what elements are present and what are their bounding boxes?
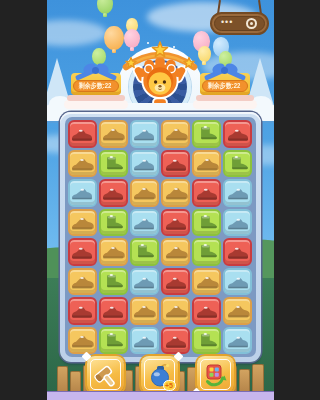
tile-cyan-lowtop[interactable]: [68, 179, 97, 207]
hammer-icon: [92, 361, 119, 388]
fence-plank: [239, 369, 250, 392]
pedestal: [64, 100, 128, 109]
tile-yellow-loafer[interactable]: [223, 297, 252, 325]
tile-yellow-loafer[interactable]: [99, 238, 128, 266]
tile-green-boot[interactable]: [99, 268, 128, 296]
tile-red-sneaker[interactable]: [161, 209, 190, 237]
star-progress-arc: [121, 37, 199, 73]
bomb-button[interactable]: +5: [141, 356, 178, 393]
tile-green-boot[interactable]: [192, 120, 221, 148]
tile-cyan-lowtop[interactable]: [130, 327, 159, 355]
fence-plank: [57, 366, 68, 392]
bow-icon: [92, 67, 99, 74]
tile-green-boot[interactable]: [192, 238, 221, 266]
tile-red-sneaker[interactable]: [68, 297, 97, 325]
tile-yellow-loafer[interactable]: [130, 297, 159, 325]
board-grid: [65, 117, 256, 357]
shuffle-button[interactable]: [197, 356, 234, 393]
game-board: [60, 112, 261, 362]
tile-red-sneaker[interactable]: [192, 297, 221, 325]
tile-cyan-lowtop[interactable]: [223, 268, 252, 296]
game-screen: •••: [47, 0, 274, 400]
tile-yellow-loafer[interactable]: [161, 238, 190, 266]
tile-cyan-lowtop[interactable]: [223, 179, 252, 207]
balloon: [198, 46, 211, 62]
tile-cyan-lowtop[interactable]: [130, 209, 159, 237]
tile-green-boot[interactable]: [223, 150, 252, 178]
tile-yellow-loafer[interactable]: [161, 120, 190, 148]
bow-icon: [221, 67, 228, 74]
tile-yellow-loafer[interactable]: [68, 268, 97, 296]
tile-yellow-loafer[interactable]: [130, 179, 159, 207]
tile-red-sneaker[interactable]: [192, 179, 221, 207]
tile-green-boot[interactable]: [99, 209, 128, 237]
balloon: [97, 0, 113, 14]
home-indicator-bar: [47, 391, 274, 400]
wechat-capsule[interactable]: •••: [210, 12, 269, 35]
tile-red-sneaker[interactable]: [68, 120, 97, 148]
tile-cyan-lowtop[interactable]: [223, 209, 252, 237]
hammer-button[interactable]: [87, 356, 124, 393]
pedestal: [67, 95, 125, 101]
cloud: [47, 20, 107, 46]
tile-green-boot[interactable]: [192, 209, 221, 237]
tile-cyan-lowtop[interactable]: [130, 268, 159, 296]
tile-cyan-lowtop[interactable]: [130, 150, 159, 178]
moves-left-label: 剩余步数:22: [208, 81, 240, 91]
tile-yellow-loafer[interactable]: [99, 120, 128, 148]
fence-plank: [70, 371, 81, 392]
bomb-count-badge: +5: [163, 380, 176, 391]
pedestal: [196, 95, 254, 101]
tile-cyan-lowtop[interactable]: [130, 120, 159, 148]
moves-left-counter: 剩余步数:22: [202, 80, 248, 92]
shuffle-icon: [202, 361, 229, 388]
tile-yellow-loafer[interactable]: [192, 150, 221, 178]
capsule-home-icon[interactable]: [246, 18, 257, 29]
fence-plank: [252, 364, 263, 392]
tile-red-sneaker[interactable]: [99, 297, 128, 325]
moves-left-counter: 剩余步数:22: [73, 80, 119, 92]
tile-red-sneaker[interactable]: [161, 268, 190, 296]
tile-red-sneaker[interactable]: [161, 327, 190, 355]
tile-yellow-loafer[interactable]: [68, 327, 97, 355]
tile-cyan-lowtop[interactable]: [223, 327, 252, 355]
tile-red-sneaker[interactable]: [161, 150, 190, 178]
tile-yellow-loafer[interactable]: [68, 209, 97, 237]
more-menu-icon[interactable]: •••: [221, 18, 233, 27]
tile-red-sneaker[interactable]: [68, 238, 97, 266]
tile-red-sneaker[interactable]: [223, 120, 252, 148]
tile-yellow-loafer[interactable]: [192, 268, 221, 296]
capsule-inner: •••: [214, 16, 265, 31]
tile-red-sneaker[interactable]: [99, 179, 128, 207]
tile-green-boot[interactable]: [130, 238, 159, 266]
tile-green-boot[interactable]: [99, 150, 128, 178]
pedestal: [193, 100, 257, 109]
tile-red-sneaker[interactable]: [223, 238, 252, 266]
tile-green-boot[interactable]: [99, 327, 128, 355]
tile-yellow-loafer[interactable]: [68, 150, 97, 178]
tile-yellow-loafer[interactable]: [161, 297, 190, 325]
tile-green-boot[interactable]: [192, 327, 221, 355]
tile-yellow-loafer[interactable]: [161, 179, 190, 207]
moves-left-label: 剩余步数:22: [79, 81, 111, 91]
